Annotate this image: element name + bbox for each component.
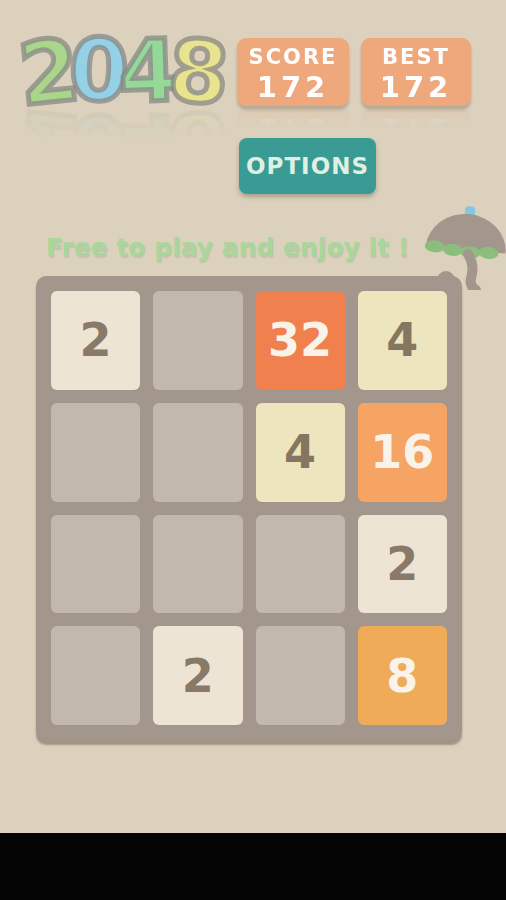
empty-cell bbox=[153, 291, 242, 390]
tile-2: 2 bbox=[153, 626, 242, 725]
board-grid[interactable]: 2324416228 bbox=[36, 276, 462, 740]
best-value: 172 bbox=[361, 70, 471, 104]
tile-4: 4 bbox=[358, 291, 447, 390]
best-label: BEST bbox=[361, 45, 471, 69]
tile-8: 8 bbox=[358, 626, 447, 725]
score-label: SCORE bbox=[237, 45, 349, 69]
empty-cell bbox=[256, 626, 345, 725]
tagline: Free to play and enjoy it ! bbox=[46, 233, 409, 262]
empty-cell bbox=[51, 626, 140, 725]
best-box: BEST 172 bbox=[361, 38, 471, 106]
empty-cell bbox=[51, 515, 140, 614]
tile-16: 16 bbox=[358, 403, 447, 502]
empty-cell bbox=[51, 403, 140, 502]
options-button[interactable]: OPTIONS bbox=[239, 138, 376, 194]
empty-cell bbox=[153, 403, 242, 502]
tile-2: 2 bbox=[358, 515, 447, 614]
tile-32: 32 bbox=[256, 291, 345, 390]
tile-2: 2 bbox=[51, 291, 140, 390]
android-nav-bar bbox=[0, 833, 506, 900]
logo-2048: 2048 bbox=[14, 18, 234, 122]
empty-cell bbox=[153, 515, 242, 614]
logo-char-8: 8 bbox=[165, 18, 232, 126]
score-value: 172 bbox=[237, 70, 349, 104]
score-box: SCORE 172 bbox=[237, 38, 349, 106]
empty-cell bbox=[256, 515, 345, 614]
tile-4: 4 bbox=[256, 403, 345, 502]
